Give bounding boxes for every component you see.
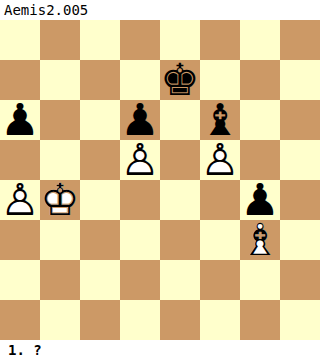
square-a3[interactable] <box>0 220 40 260</box>
square-c2[interactable] <box>80 260 120 300</box>
square-g5[interactable] <box>240 140 280 180</box>
chess-board: ♚♟♟♝♟♙♟♙♟♙♚♔♟♝♗ <box>0 20 320 340</box>
square-b7[interactable] <box>40 60 80 100</box>
square-g2[interactable] <box>240 260 280 300</box>
piece-fill: ♚ <box>40 180 80 220</box>
black-pawn: ♟ <box>0 100 40 140</box>
square-e3[interactable] <box>160 220 200 260</box>
white-pawn: ♟♙ <box>200 140 240 180</box>
square-a2[interactable] <box>0 260 40 300</box>
square-g8[interactable] <box>240 20 280 60</box>
square-c7[interactable] <box>80 60 120 100</box>
piece-fill: ♟ <box>120 140 160 180</box>
square-h3[interactable] <box>280 220 320 260</box>
black-king: ♚ <box>160 60 200 100</box>
white-pawn: ♟♙ <box>120 140 160 180</box>
piece-fill: ♟ <box>0 100 40 140</box>
square-a4[interactable]: ♟♙ <box>0 180 40 220</box>
chess-diagram-window: Aemis2.005 ♚♟♟♝♟♙♟♙♟♙♚♔♟♝♗ 1. ? <box>0 0 320 360</box>
black-pawn: ♟ <box>240 180 280 220</box>
square-g7[interactable] <box>240 60 280 100</box>
square-a8[interactable] <box>0 20 40 60</box>
square-h4[interactable] <box>280 180 320 220</box>
square-a1[interactable] <box>0 300 40 340</box>
square-a5[interactable] <box>0 140 40 180</box>
square-b4[interactable]: ♚♔ <box>40 180 80 220</box>
square-b1[interactable] <box>40 300 80 340</box>
square-h6[interactable] <box>280 100 320 140</box>
square-c3[interactable] <box>80 220 120 260</box>
square-e4[interactable] <box>160 180 200 220</box>
square-a7[interactable] <box>0 60 40 100</box>
diagram-title: Aemis2.005 <box>0 0 320 20</box>
square-d5[interactable]: ♟♙ <box>120 140 160 180</box>
square-f5[interactable]: ♟♙ <box>200 140 240 180</box>
square-d7[interactable] <box>120 60 160 100</box>
square-d6[interactable]: ♟ <box>120 100 160 140</box>
square-f4[interactable] <box>200 180 240 220</box>
piece-fill: ♟ <box>120 100 160 140</box>
square-e8[interactable] <box>160 20 200 60</box>
move-prompt: 1. ? <box>0 340 320 360</box>
square-c5[interactable] <box>80 140 120 180</box>
square-f8[interactable] <box>200 20 240 60</box>
square-h7[interactable] <box>280 60 320 100</box>
white-king: ♚♔ <box>40 180 80 220</box>
square-d1[interactable] <box>120 300 160 340</box>
square-c6[interactable] <box>80 100 120 140</box>
square-e1[interactable] <box>160 300 200 340</box>
square-c4[interactable] <box>80 180 120 220</box>
piece-fill: ♝ <box>200 100 240 140</box>
square-g6[interactable] <box>240 100 280 140</box>
piece-outline: ♙ <box>200 140 240 180</box>
square-g3[interactable]: ♝♗ <box>240 220 280 260</box>
square-e6[interactable] <box>160 100 200 140</box>
square-e5[interactable] <box>160 140 200 180</box>
white-pawn: ♟♙ <box>0 180 40 220</box>
piece-outline: ♙ <box>120 140 160 180</box>
square-d3[interactable] <box>120 220 160 260</box>
square-h1[interactable] <box>280 300 320 340</box>
piece-fill: ♟ <box>0 180 40 220</box>
white-bishop: ♝♗ <box>240 220 280 260</box>
square-b6[interactable] <box>40 100 80 140</box>
square-g4[interactable]: ♟ <box>240 180 280 220</box>
square-e2[interactable] <box>160 260 200 300</box>
square-f6[interactable]: ♝ <box>200 100 240 140</box>
square-g1[interactable] <box>240 300 280 340</box>
square-d8[interactable] <box>120 20 160 60</box>
square-b5[interactable] <box>40 140 80 180</box>
square-b8[interactable] <box>40 20 80 60</box>
piece-fill: ♝ <box>240 220 280 260</box>
square-b3[interactable] <box>40 220 80 260</box>
square-f3[interactable] <box>200 220 240 260</box>
piece-fill: ♟ <box>240 180 280 220</box>
black-pawn: ♟ <box>120 100 160 140</box>
piece-fill: ♚ <box>160 60 200 100</box>
square-h5[interactable] <box>280 140 320 180</box>
square-f2[interactable] <box>200 260 240 300</box>
square-e7[interactable]: ♚ <box>160 60 200 100</box>
square-f1[interactable] <box>200 300 240 340</box>
square-d4[interactable] <box>120 180 160 220</box>
square-c1[interactable] <box>80 300 120 340</box>
piece-fill: ♟ <box>200 140 240 180</box>
square-h8[interactable] <box>280 20 320 60</box>
square-a6[interactable]: ♟ <box>0 100 40 140</box>
piece-outline: ♔ <box>40 180 80 220</box>
black-bishop: ♝ <box>200 100 240 140</box>
square-f7[interactable] <box>200 60 240 100</box>
square-b2[interactable] <box>40 260 80 300</box>
piece-outline: ♗ <box>240 220 280 260</box>
square-c8[interactable] <box>80 20 120 60</box>
square-h2[interactable] <box>280 260 320 300</box>
square-d2[interactable] <box>120 260 160 300</box>
piece-outline: ♙ <box>0 180 40 220</box>
